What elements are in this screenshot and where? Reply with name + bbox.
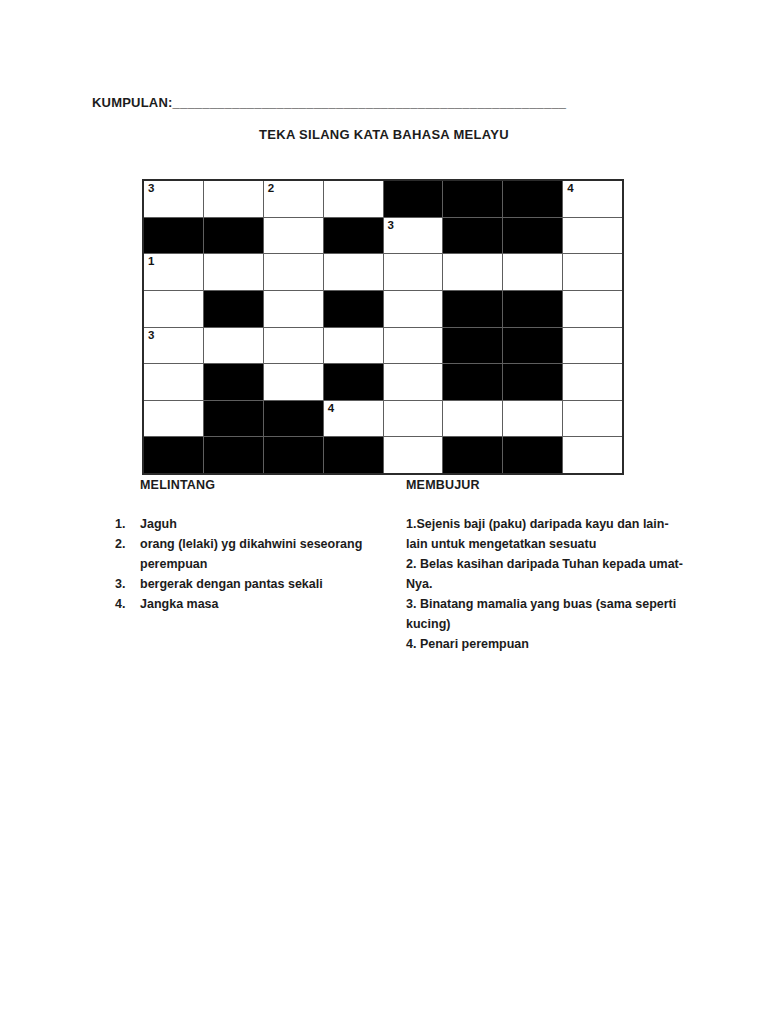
black-cell-r8-c2 [204, 437, 263, 473]
white-cell-r7-c1 [144, 401, 203, 437]
clue-number-4: 4 [567, 182, 573, 195]
black-cell-r4-c2 [204, 291, 263, 327]
clue-number-4: 4 [328, 402, 334, 415]
white-cell-r7-c5 [384, 401, 443, 437]
kumpulan-blank-line: ________________________________________… [173, 95, 567, 110]
black-cell-r4-c7 [503, 291, 562, 327]
clue-list-number: 1. [115, 514, 140, 534]
white-cell-r5-c8 [563, 328, 622, 364]
white-cell-r7-c8 [563, 401, 622, 437]
white-cell-r1-c4 [324, 181, 383, 217]
clue-text: Jangka masa [140, 594, 219, 614]
clue-list-number: 3. [115, 574, 140, 594]
clue-text: orang (lelaki) yg dikahwini seseorangper… [140, 534, 362, 574]
white-cell-r2-c5: 3 [384, 218, 443, 254]
down-clue-line: 1.Sejenis baji (paku) daripada kayu dan … [406, 514, 691, 534]
white-cell-r4-c8 [563, 291, 622, 327]
white-cell-r6-c3 [264, 364, 323, 400]
crossword-grid: 3243134 [142, 179, 624, 475]
black-cell-r7-c2 [204, 401, 263, 437]
white-cell-r6-c1 [144, 364, 203, 400]
black-cell-r8-c3 [264, 437, 323, 473]
clue-number-3: 3 [388, 219, 394, 232]
black-cell-r2-c6 [443, 218, 502, 254]
kumpulan-label: KUMPULAN: [92, 95, 173, 110]
black-cell-r8-c1 [144, 437, 203, 473]
black-cell-r6-c6 [443, 364, 502, 400]
white-cell-r3-c4 [324, 254, 383, 290]
white-cell-r7-c6 [443, 401, 502, 437]
white-cell-r3-c7 [503, 254, 562, 290]
white-cell-r5-c3 [264, 328, 323, 364]
clue-text: bergerak dengan pantas sekali [140, 574, 323, 594]
white-cell-r4-c3 [264, 291, 323, 327]
white-cell-r1-c1: 3 [144, 181, 203, 217]
clue-list-number: 4. [115, 594, 140, 614]
black-cell-r2-c7 [503, 218, 562, 254]
down-clue-line: kucing) [406, 614, 691, 634]
black-cell-r1-c6 [443, 181, 502, 217]
white-cell-r1-c2 [204, 181, 263, 217]
white-cell-r4-c5 [384, 291, 443, 327]
white-cell-r3-c1: 1 [144, 254, 203, 290]
black-cell-r8-c7 [503, 437, 562, 473]
white-cell-r2-c3 [264, 218, 323, 254]
white-cell-r5-c2 [204, 328, 263, 364]
white-cell-r6-c5 [384, 364, 443, 400]
worksheet-page: { "game": "crossword (teka silang kata)"… [0, 0, 768, 1024]
white-cell-r1-c3: 2 [264, 181, 323, 217]
page-title: TEKA SILANG KATA BAHASA MELAYU [0, 127, 768, 142]
clue-number-2: 2 [268, 182, 274, 195]
white-cell-r8-c5 [384, 437, 443, 473]
across-heading: MELINTANG [140, 478, 215, 492]
black-cell-r1-c5 [384, 181, 443, 217]
clue-number-3: 3 [148, 329, 154, 342]
down-clue-line: 2. Belas kasihan daripada Tuhan kepada u… [406, 554, 691, 574]
black-cell-r8-c6 [443, 437, 502, 473]
white-cell-r3-c8 [563, 254, 622, 290]
white-cell-r3-c5 [384, 254, 443, 290]
white-cell-r3-c6 [443, 254, 502, 290]
white-cell-r5-c4 [324, 328, 383, 364]
black-cell-r6-c7 [503, 364, 562, 400]
white-cell-r3-c3 [264, 254, 323, 290]
across-clue-item: 4.Jangka masa [115, 594, 390, 614]
across-clue-item: 3.bergerak dengan pantas sekali [115, 574, 390, 594]
black-cell-r8-c4 [324, 437, 383, 473]
white-cell-r5-c5 [384, 328, 443, 364]
black-cell-r1-c7 [503, 181, 562, 217]
white-cell-r7-c4: 4 [324, 401, 383, 437]
down-clues: 1.Sejenis baji (paku) daripada kayu dan … [406, 514, 691, 654]
down-clue-line: lain untuk mengetatkan sesuatu [406, 534, 691, 554]
clue-number-3: 3 [148, 182, 154, 195]
black-cell-r6-c2 [204, 364, 263, 400]
across-clues: 1.Jaguh2.orang (lelaki) yg dikahwini ses… [115, 514, 390, 614]
white-cell-r6-c8 [563, 364, 622, 400]
white-cell-r2-c8 [563, 218, 622, 254]
black-cell-r4-c4 [324, 291, 383, 327]
down-heading: MEMBUJUR [406, 478, 480, 492]
across-clue-item: 1.Jaguh [115, 514, 390, 534]
clue-list-number: 2. [115, 534, 140, 554]
white-cell-r4-c1 [144, 291, 203, 327]
clue-text: Jaguh [140, 514, 177, 534]
down-clue-line: Nya. [406, 574, 691, 594]
clue-number-1: 1 [148, 255, 154, 268]
white-cell-r3-c2 [204, 254, 263, 290]
black-cell-r5-c7 [503, 328, 562, 364]
black-cell-r2-c2 [204, 218, 263, 254]
black-cell-r4-c6 [443, 291, 502, 327]
black-cell-r7-c3 [264, 401, 323, 437]
black-cell-r2-c1 [144, 218, 203, 254]
across-clue-item: 2.orang (lelaki) yg dikahwini seseorangp… [115, 534, 390, 574]
black-cell-r6-c4 [324, 364, 383, 400]
black-cell-r5-c6 [443, 328, 502, 364]
white-cell-r7-c7 [503, 401, 562, 437]
black-cell-r2-c4 [324, 218, 383, 254]
white-cell-r8-c8 [563, 437, 622, 473]
down-clue-line: 3. Binatang mamalia yang buas (sama sepe… [406, 594, 691, 614]
kumpulan-line: KUMPULAN:_______________________________… [92, 95, 566, 110]
white-cell-r5-c1: 3 [144, 328, 203, 364]
white-cell-r1-c8: 4 [563, 181, 622, 217]
down-clue-line: 4. Penari perempuan [406, 634, 691, 654]
